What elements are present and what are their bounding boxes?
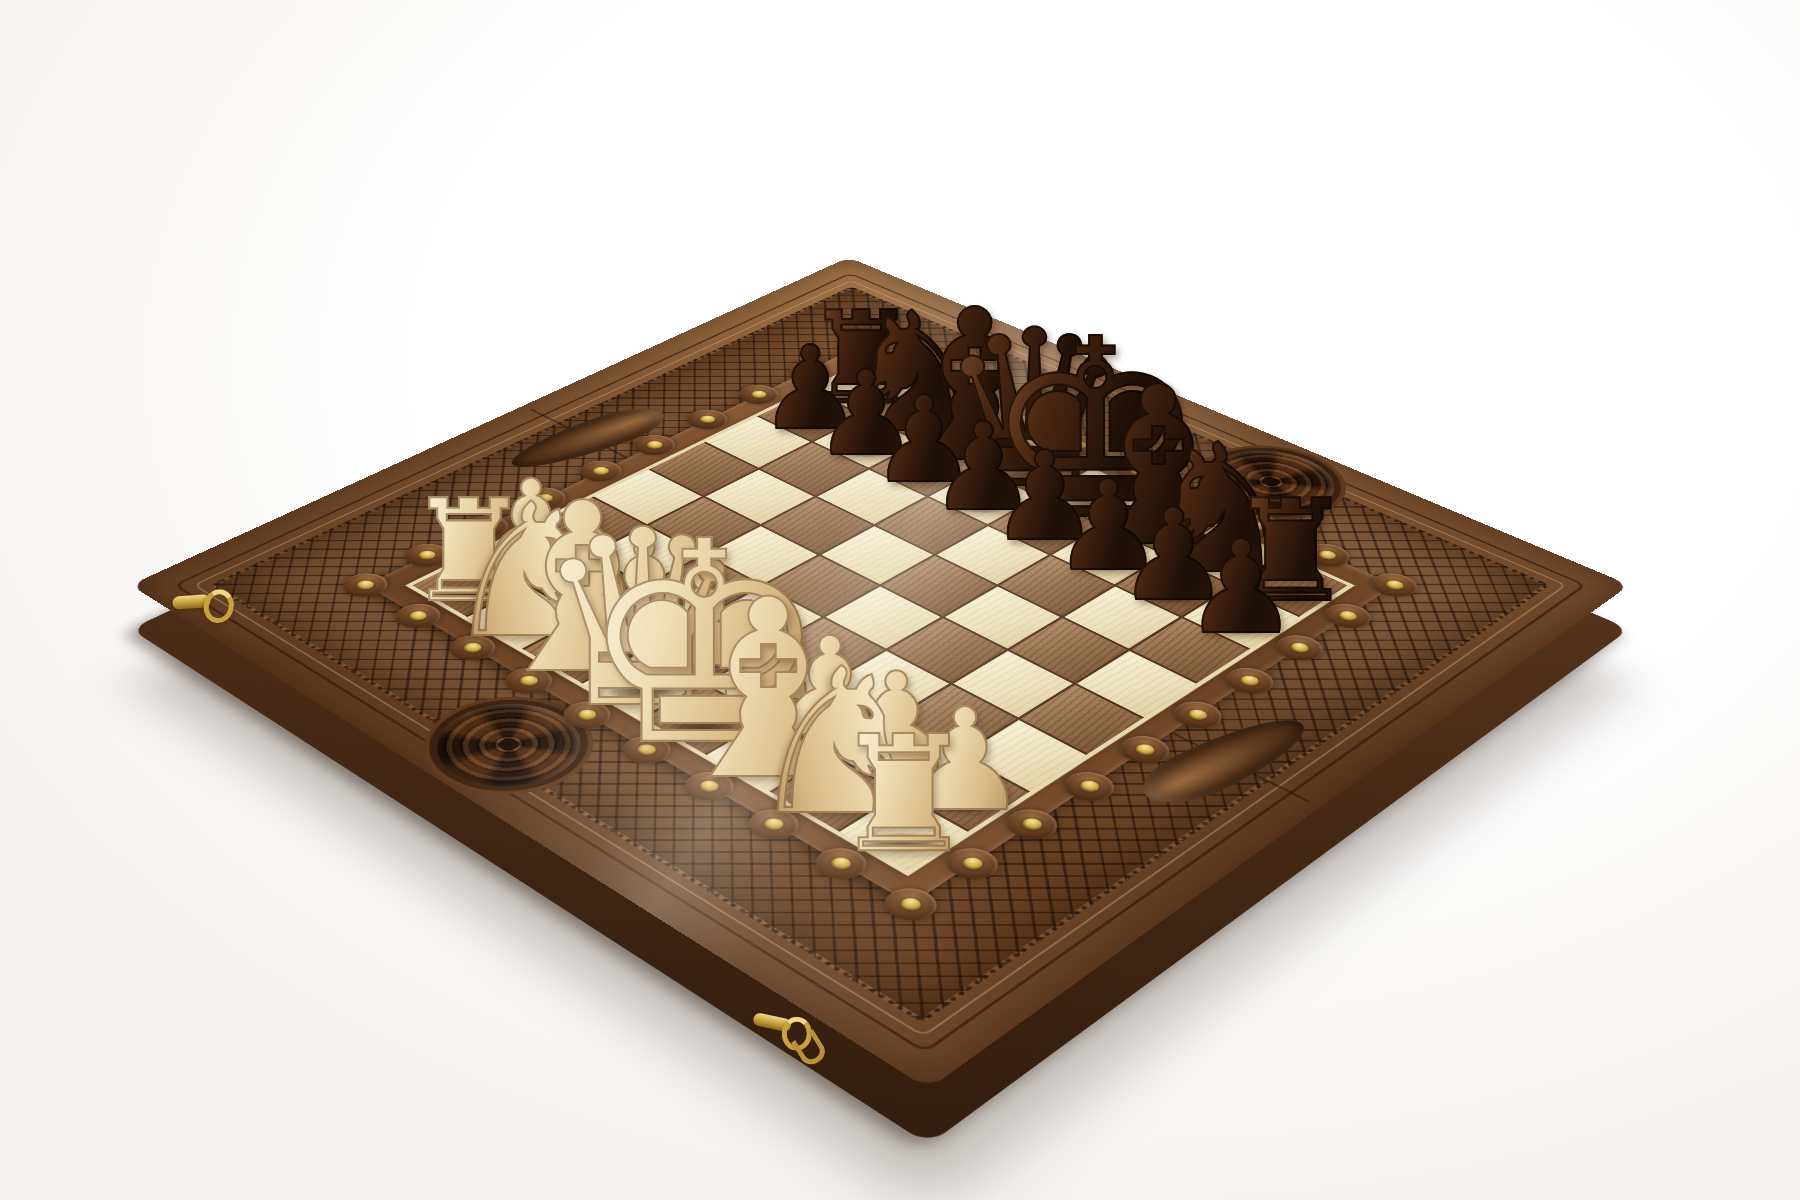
brass-pin-icon: [460, 641, 485, 655]
brass-pin-icon: [827, 855, 855, 872]
brass-pin-icon: [1018, 816, 1045, 832]
brass-pin-icon: [353, 579, 377, 592]
brass-pin-icon: [533, 492, 556, 504]
brass-pin-icon: [1185, 707, 1211, 722]
brass-pin-icon: [1126, 466, 1149, 477]
brass-pin-icon: [897, 896, 925, 913]
brass-pin-icon: [1067, 439, 1089, 450]
scene: ♜♞♝♛♚♝♞♜♟♟♟♟♟♟♟♟♟♟♟♟♟♟♟♟♜♞♝♛♚♝♞♜: [0, 0, 1800, 1200]
brass-pin-icon: [1076, 779, 1103, 795]
brass-pin-icon: [899, 365, 920, 375]
board-plate: [130, 257, 1629, 1089]
brass-pin-icon: [1251, 520, 1274, 532]
brass-pin-icon: [415, 549, 439, 561]
brass-pin-icon: [696, 779, 723, 795]
brass-pin-icon: [1336, 609, 1360, 622]
brass-pin-icon: [748, 389, 770, 399]
brass-pin-icon: [697, 414, 719, 425]
brass-pin-icon: [954, 389, 976, 399]
brass-pin-icon: [1132, 742, 1158, 757]
brass-pin-icon: [406, 609, 430, 622]
brass-pin-icon: [847, 342, 868, 352]
brass-pin-icon: [475, 520, 498, 532]
brass-pin-icon: [1010, 414, 1032, 425]
brass-pin-icon: [589, 466, 612, 477]
brass-pin-icon: [634, 742, 660, 757]
brass-pin-icon: [516, 674, 541, 688]
brass-pin-icon: [574, 707, 600, 722]
brass-pin-icon: [760, 816, 787, 832]
brass-pin-icon: [798, 365, 819, 375]
brass-pin-icon: [1287, 641, 1312, 655]
brass-pin-icon: [1237, 674, 1262, 688]
brass-pin-icon: [1316, 549, 1340, 561]
brass-pin-icon: [644, 439, 666, 450]
brass-pin-icon: [1383, 579, 1407, 592]
brass-pin-icon: [1188, 492, 1211, 504]
brass-pin-icon: [959, 855, 987, 872]
